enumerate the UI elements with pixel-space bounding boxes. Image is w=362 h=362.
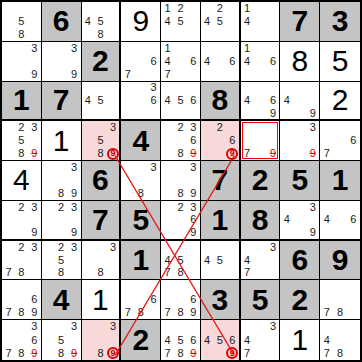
candidate-3: 3 xyxy=(107,121,120,134)
candidate-8: 8 xyxy=(15,267,28,280)
given-digit: 8 xyxy=(211,85,228,115)
cell-r6c5[interactable]: 2369 xyxy=(161,201,201,241)
circled-candidate-9: 9 xyxy=(226,147,239,160)
candidate-3: 3 xyxy=(28,320,41,333)
candidate-4: 4 xyxy=(201,333,214,346)
candidate-5: 5 xyxy=(15,134,28,147)
candidate-7: 7 xyxy=(121,68,134,81)
given-digit: 5 xyxy=(252,285,269,315)
cell-r5c6[interactable]: 7 xyxy=(201,161,241,201)
given-digit: 5 xyxy=(132,205,149,235)
candidate-2: 2 xyxy=(174,2,187,15)
candidate-1: 1 xyxy=(241,2,254,15)
pencil-marks: 389 xyxy=(161,161,200,200)
cell-r7c8[interactable]: 6 xyxy=(280,241,320,281)
cell-r3c8[interactable]: 49 xyxy=(280,82,320,122)
cell-r6c9[interactable]: 46 xyxy=(320,201,360,241)
cell-r9c7[interactable]: 347 xyxy=(241,320,281,360)
cell-r9c8[interactable]: 1 xyxy=(280,320,320,360)
solved-digit: 1 xyxy=(291,325,308,355)
cell-r7c6[interactable]: 45 xyxy=(201,241,241,281)
pencil-marks: 6789 xyxy=(161,280,200,319)
candidate-4: 4 xyxy=(241,15,254,28)
cell-r3c7[interactable]: 469 xyxy=(241,82,281,122)
candidate-8: 8 xyxy=(94,267,107,280)
pencil-marks: 269 xyxy=(201,121,239,160)
candidate-4: 4 xyxy=(161,333,174,346)
candidate-4: 4 xyxy=(201,55,214,68)
cell-r5c9[interactable]: 1 xyxy=(320,161,360,201)
pencil-marks: 2358 xyxy=(42,241,81,280)
solved-digit: 1 xyxy=(53,126,70,156)
cell-r5c2[interactable]: 389 xyxy=(42,161,82,201)
candidate-3: 3 xyxy=(187,161,200,174)
given-digit: 7 xyxy=(211,165,228,195)
candidate-6: 6 xyxy=(147,55,160,68)
candidate-4: 4 xyxy=(320,333,333,346)
candidate-3: 3 xyxy=(68,320,81,333)
candidate-5: 5 xyxy=(174,333,187,346)
pencil-marks: 23689 xyxy=(161,121,200,160)
candidate-7: 7 xyxy=(121,306,134,319)
pencil-marks: 239 xyxy=(2,201,41,239)
candidate-2: 2 xyxy=(55,201,68,214)
sudoku-grid: 5864589124524514733939267146746146851745… xyxy=(2,2,360,360)
candidate-3: 3 xyxy=(187,201,200,214)
candidate-6: 6 xyxy=(226,134,239,147)
pencil-marks: 456 xyxy=(161,82,200,120)
pencil-marks: 678 xyxy=(121,280,160,319)
pencil-marks: 46 xyxy=(320,201,360,239)
candidate-9: 9 xyxy=(28,68,41,81)
candidate-4: 4 xyxy=(201,254,214,267)
cell-r1c6[interactable]: 245 xyxy=(201,2,241,42)
given-digit: 1 xyxy=(13,85,30,115)
pencil-marks: 23589 xyxy=(2,121,41,160)
candidate-8: 8 xyxy=(94,147,107,160)
eliminated-candidate-9: 9 xyxy=(267,147,280,160)
cell-r8c1[interactable]: 6789 xyxy=(2,280,42,320)
eliminated-candidate-9: 9 xyxy=(187,147,200,160)
cell-r8c2[interactable]: 4 xyxy=(42,280,82,320)
candidate-7: 7 xyxy=(161,306,174,319)
cell-r8c3[interactable]: 1 xyxy=(82,280,122,320)
pencil-marks: 347 xyxy=(241,241,280,280)
cell-r2c3[interactable]: 2 xyxy=(82,42,122,82)
candidate-4: 4 xyxy=(82,15,95,28)
cell-r3c1[interactable]: 1 xyxy=(2,82,42,122)
cell-r3c5[interactable]: 456 xyxy=(161,82,201,122)
candidate-8: 8 xyxy=(55,347,68,360)
candidate-6: 6 xyxy=(226,55,239,68)
candidate-3: 3 xyxy=(147,82,160,95)
given-digit: 3 xyxy=(211,285,228,315)
candidate-4: 4 xyxy=(201,15,214,28)
candidate-7: 7 xyxy=(161,68,174,81)
pencil-marks: 38 xyxy=(82,241,120,280)
cell-r2c2[interactable]: 39 xyxy=(42,42,82,82)
candidate-1: 1 xyxy=(161,42,174,55)
candidate-3: 3 xyxy=(107,241,120,254)
candidate-3: 3 xyxy=(28,201,41,214)
pencil-marks: 36789 xyxy=(2,320,41,360)
chain-endpoint-ring: 9 xyxy=(107,347,119,359)
candidate-3: 3 xyxy=(28,121,41,134)
candidate-8: 8 xyxy=(94,28,107,41)
candidate-8: 8 xyxy=(333,306,346,319)
cell-r6c3[interactable]: 7 xyxy=(82,201,122,241)
candidate-1: 1 xyxy=(241,42,254,55)
cell-r9c9[interactable]: 478 xyxy=(320,320,360,360)
cell-r5c4[interactable]: 38 xyxy=(121,161,161,201)
candidate-5: 5 xyxy=(213,254,226,267)
cell-r1c4[interactable]: 9 xyxy=(121,2,161,42)
cell-r2c9[interactable]: 5 xyxy=(320,42,360,82)
candidate-2: 2 xyxy=(174,121,187,134)
candidate-3: 3 xyxy=(267,241,280,254)
candidate-6: 6 xyxy=(347,213,360,226)
candidate-5: 5 xyxy=(174,94,187,107)
candidate-4: 4 xyxy=(161,94,174,107)
cell-r3c9[interactable]: 2 xyxy=(320,82,360,122)
circled-candidate-9: 9 xyxy=(226,347,239,360)
candidate-2: 2 xyxy=(15,241,28,254)
pencil-marks: 389 xyxy=(82,320,120,360)
pencil-marks: 245 xyxy=(201,2,239,41)
given-digit: 3 xyxy=(332,6,349,36)
candidate-2: 2 xyxy=(15,121,28,134)
candidate-6: 6 xyxy=(187,134,200,147)
candidate-8: 8 xyxy=(94,347,107,360)
cell-r7c7[interactable]: 347 xyxy=(241,241,281,281)
candidate-2: 2 xyxy=(55,241,68,254)
chain-endpoint-ring: 9 xyxy=(226,347,238,359)
cell-r1c3[interactable]: 458 xyxy=(82,2,122,42)
pencil-marks: 146 xyxy=(241,42,280,81)
candidate-6: 6 xyxy=(226,333,239,346)
candidate-9: 9 xyxy=(187,226,200,239)
candidate-3: 3 xyxy=(68,241,81,254)
candidate-7: 7 xyxy=(2,267,15,280)
candidate-7: 7 xyxy=(320,347,333,360)
candidate-8: 8 xyxy=(15,147,28,160)
cell-r4c5[interactable]: 23689 xyxy=(161,121,201,161)
cell-r6c7[interactable]: 8 xyxy=(241,201,281,241)
pencil-marks: 458 xyxy=(82,2,120,41)
circled-candidate-9: 9 xyxy=(107,147,120,160)
candidate-2: 2 xyxy=(213,2,226,15)
given-digit: 2 xyxy=(252,165,269,195)
given-digit: 7 xyxy=(291,6,308,36)
candidate-9: 9 xyxy=(187,187,200,200)
pencil-marks: 4578 xyxy=(161,241,200,280)
pencil-marks: 389 xyxy=(42,161,81,200)
pencil-marks: 2378 xyxy=(2,241,41,280)
candidate-9: 9 xyxy=(68,187,81,200)
candidate-6: 6 xyxy=(28,293,41,306)
given-digit: 6 xyxy=(291,245,308,275)
cell-r8c4[interactable]: 678 xyxy=(121,280,161,320)
pencil-marks: 49 xyxy=(280,82,319,120)
pencil-marks: 6789 xyxy=(2,280,41,319)
candidate-3: 3 xyxy=(28,42,41,55)
cell-r8c5[interactable]: 6789 xyxy=(161,280,201,320)
cell-r7c4[interactable]: 1 xyxy=(121,241,161,281)
pencil-marks: 1467 xyxy=(161,42,200,81)
cell-r9c5[interactable]: 456789 xyxy=(161,320,201,360)
cell-r1c8[interactable]: 7 xyxy=(280,2,320,42)
candidate-7: 7 xyxy=(2,306,15,319)
given-digit: 1 xyxy=(332,165,349,195)
solved-digit: 4 xyxy=(13,165,30,195)
candidate-5: 5 xyxy=(174,15,187,28)
cell-r4c7[interactable]: 79 xyxy=(241,121,281,161)
given-digit: 4 xyxy=(53,285,70,315)
candidate-8: 8 xyxy=(174,347,187,360)
candidate-4: 4 xyxy=(280,213,293,226)
pencil-marks: 39 xyxy=(42,42,81,81)
candidate-5: 5 xyxy=(94,134,107,147)
circled-candidate-9: 9 xyxy=(107,347,120,360)
cell-r5c5[interactable]: 389 xyxy=(161,161,201,201)
pencil-marks: 349 xyxy=(280,201,319,239)
given-digit: 6 xyxy=(53,6,70,36)
pencil-marks: 36 xyxy=(121,82,160,120)
candidate-2: 2 xyxy=(15,201,28,214)
candidate-4: 4 xyxy=(161,15,174,28)
candidate-6: 6 xyxy=(28,333,41,346)
candidate-1: 1 xyxy=(161,2,174,15)
candidate-6: 6 xyxy=(187,55,200,68)
cell-r5c8[interactable]: 5 xyxy=(280,161,320,201)
cell-r9c4[interactable]: 2 xyxy=(121,320,161,360)
cell-r4c2[interactable]: 1 xyxy=(42,121,82,161)
candidate-7: 7 xyxy=(241,347,254,360)
candidate-7: 7 xyxy=(241,267,254,280)
cell-r3c2[interactable]: 7 xyxy=(42,82,82,122)
cell-r2c1[interactable]: 39 xyxy=(2,42,42,82)
cell-r2c8[interactable]: 8 xyxy=(280,42,320,82)
pencil-marks: 45 xyxy=(201,241,239,280)
candidate-4: 4 xyxy=(241,94,254,107)
pencil-marks: 79 xyxy=(241,121,280,160)
candidate-4: 4 xyxy=(241,254,254,267)
candidate-5: 5 xyxy=(213,15,226,28)
candidate-8: 8 xyxy=(174,147,187,160)
candidate-2: 2 xyxy=(174,201,187,214)
candidate-4: 4 xyxy=(161,55,174,68)
eliminated-candidate-9: 9 xyxy=(28,347,41,360)
pencil-marks: 2369 xyxy=(161,201,200,239)
cell-r9c2[interactable]: 3589 xyxy=(42,320,82,360)
pencil-marks: 3589 xyxy=(82,121,120,160)
cell-r6c6[interactable]: 1 xyxy=(201,201,241,241)
candidate-6: 6 xyxy=(187,94,200,107)
candidate-8: 8 xyxy=(174,267,187,280)
candidate-9: 9 xyxy=(68,226,81,239)
given-digit: 6 xyxy=(92,165,109,195)
cell-r1c9[interactable]: 3 xyxy=(320,2,360,42)
given-digit: 1 xyxy=(132,245,149,275)
cell-r1c5[interactable]: 1245 xyxy=(161,2,201,42)
candidate-9: 9 xyxy=(306,107,319,120)
cell-r6c2[interactable]: 239 xyxy=(42,201,82,241)
pencil-marks: 478 xyxy=(320,320,360,360)
given-digit: 2 xyxy=(291,285,308,315)
pencil-marks: 45 xyxy=(82,82,120,120)
cell-r7c9[interactable]: 9 xyxy=(320,241,360,281)
cell-r8c6[interactable]: 3 xyxy=(201,280,241,320)
candidate-6: 6 xyxy=(187,293,200,306)
cell-r4c9[interactable]: 67 xyxy=(320,121,360,161)
cell-r9c3[interactable]: 389 xyxy=(82,320,122,360)
candidate-9: 9 xyxy=(267,107,280,120)
candidate-6: 6 xyxy=(147,293,160,306)
cell-r7c2[interactable]: 2358 xyxy=(42,241,82,281)
eliminated-candidate-9: 9 xyxy=(28,147,41,160)
candidate-6: 6 xyxy=(267,55,280,68)
cell-r5c1[interactable]: 4 xyxy=(2,161,42,201)
solved-digit: 5 xyxy=(332,46,349,76)
solved-digit: 1 xyxy=(92,285,109,315)
candidate-7: 7 xyxy=(2,347,15,360)
cell-r3c3[interactable]: 45 xyxy=(82,82,122,122)
cell-r8c8[interactable]: 2 xyxy=(280,280,320,320)
candidate-9: 9 xyxy=(28,306,41,319)
candidate-3: 3 xyxy=(68,161,81,174)
candidate-7: 7 xyxy=(161,267,174,280)
given-digit: 7 xyxy=(53,85,70,115)
candidate-3: 3 xyxy=(187,121,200,134)
cell-r2c4[interactable]: 67 xyxy=(121,42,161,82)
chain-endpoint-ring: 9 xyxy=(107,148,119,160)
candidate-7: 7 xyxy=(241,147,254,160)
cell-r6c1[interactable]: 239 xyxy=(2,201,42,241)
solved-digit: 2 xyxy=(332,85,349,115)
cell-r1c1[interactable]: 58 xyxy=(2,2,42,42)
cell-r3c4[interactable]: 36 xyxy=(121,82,161,122)
cell-r6c8[interactable]: 349 xyxy=(280,201,320,241)
cell-r4c4[interactable]: 4 xyxy=(121,121,161,161)
cell-r8c7[interactable]: 5 xyxy=(241,280,281,320)
cell-r9c1[interactable]: 36789 xyxy=(2,320,42,360)
cell-r5c7[interactable]: 2 xyxy=(241,161,281,201)
candidate-5: 5 xyxy=(55,254,68,267)
sudoku-board: 5864589124524514733939267146746146851745… xyxy=(0,0,362,362)
candidate-5: 5 xyxy=(94,15,107,28)
given-digit: 8 xyxy=(252,205,269,235)
given-digit: 2 xyxy=(92,46,109,76)
cell-r2c7[interactable]: 146 xyxy=(241,42,281,82)
candidate-6: 6 xyxy=(347,134,360,147)
candidate-5: 5 xyxy=(174,254,187,267)
candidate-8: 8 xyxy=(134,306,147,319)
candidate-6: 6 xyxy=(187,213,200,226)
pencil-marks: 469 xyxy=(241,82,280,120)
candidate-3: 3 xyxy=(306,121,319,134)
cell-r4c8[interactable]: 39 xyxy=(280,121,320,161)
cell-r6c4[interactable]: 5 xyxy=(121,201,161,241)
cell-r7c5[interactable]: 4578 xyxy=(161,241,201,281)
cell-r4c6[interactable]: 269 xyxy=(201,121,241,161)
cell-r4c3[interactable]: 3589 xyxy=(82,121,122,161)
cell-r2c6[interactable]: 46 xyxy=(201,42,241,82)
pencil-marks: 3589 xyxy=(42,320,81,360)
given-digit: 9 xyxy=(332,245,349,275)
candidate-4: 4 xyxy=(320,213,333,226)
cell-r3c6[interactable]: 8 xyxy=(201,82,241,122)
candidate-4: 4 xyxy=(241,333,254,346)
solved-digit: 9 xyxy=(132,6,149,36)
pencil-marks: 239 xyxy=(42,201,81,239)
pencil-marks: 46 xyxy=(201,42,239,81)
cell-r5c3[interactable]: 6 xyxy=(82,161,122,201)
given-digit: 4 xyxy=(132,126,149,156)
candidate-9: 9 xyxy=(28,226,41,239)
candidate-3: 3 xyxy=(68,42,81,55)
pencil-marks: 39 xyxy=(2,42,41,81)
candidate-8: 8 xyxy=(333,347,346,360)
cell-r1c7[interactable]: 14 xyxy=(241,2,281,42)
pencil-marks: 4569 xyxy=(201,320,239,360)
candidate-2: 2 xyxy=(213,121,226,134)
eliminated-candidate-9: 9 xyxy=(306,147,319,160)
cell-r1c2[interactable]: 6 xyxy=(42,2,82,42)
candidate-8: 8 xyxy=(15,28,28,41)
eliminated-candidate-9: 9 xyxy=(187,347,200,360)
pencil-marks: 1245 xyxy=(161,2,200,41)
candidate-5: 5 xyxy=(55,333,68,346)
candidate-6: 6 xyxy=(187,333,200,346)
cell-r7c1[interactable]: 2378 xyxy=(2,241,42,281)
eliminated-candidate-9: 9 xyxy=(68,347,81,360)
pencil-marks: 67 xyxy=(121,42,160,81)
candidate-7: 7 xyxy=(161,347,174,360)
candidate-8: 8 xyxy=(55,267,68,280)
candidate-4: 4 xyxy=(82,94,95,107)
candidate-5: 5 xyxy=(15,15,28,28)
candidate-8: 8 xyxy=(174,306,187,319)
candidate-3: 3 xyxy=(107,320,120,333)
cell-r9c6[interactable]: 4569 xyxy=(201,320,241,360)
given-digit: 7 xyxy=(92,205,109,235)
pencil-marks: 38 xyxy=(121,161,160,200)
candidate-9: 9 xyxy=(68,68,81,81)
candidate-3: 3 xyxy=(306,201,319,214)
cell-r8c9[interactable]: 78 xyxy=(320,280,360,320)
given-digit: 5 xyxy=(291,165,308,195)
candidate-9: 9 xyxy=(187,306,200,319)
candidate-8: 8 xyxy=(55,187,68,200)
candidate-9: 9 xyxy=(306,226,319,239)
pencil-marks: 456789 xyxy=(161,320,200,360)
candidate-5: 5 xyxy=(94,94,107,107)
cell-r4c1[interactable]: 23589 xyxy=(2,121,42,161)
candidate-6: 6 xyxy=(267,94,280,107)
candidate-3: 3 xyxy=(267,320,280,333)
candidate-4: 4 xyxy=(241,55,254,68)
candidate-3: 3 xyxy=(28,241,41,254)
candidate-4: 4 xyxy=(280,94,293,107)
cell-r2c5[interactable]: 1467 xyxy=(161,42,201,82)
candidate-7: 7 xyxy=(320,306,333,319)
pencil-marks: 67 xyxy=(320,121,360,160)
solved-digit: 8 xyxy=(291,46,308,76)
pencil-marks: 14 xyxy=(241,2,280,41)
candidate-8: 8 xyxy=(15,306,28,319)
cell-r7c3[interactable]: 38 xyxy=(82,241,122,281)
given-digit: 1 xyxy=(211,205,228,235)
